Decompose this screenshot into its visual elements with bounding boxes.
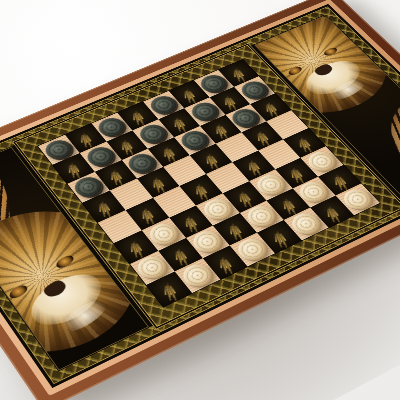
gold-sprig-motif: [198, 184, 204, 195]
gold-sprig-motif: [241, 191, 247, 202]
gold-sprig-motif: [222, 257, 228, 269]
gold-sprig-motif: [155, 177, 160, 188]
lion-eye: [7, 283, 30, 300]
gold-sprig-motif: [232, 223, 238, 234]
gold-sprig-motif: [144, 208, 149, 219]
gold-sprig-motif: [124, 140, 129, 150]
gold-sprig-motif: [301, 138, 307, 148]
gold-sprig-motif: [268, 102, 274, 112]
gold-sprig-motif: [236, 68, 241, 77]
gold-sprig-motif: [83, 133, 88, 143]
gold-sprig-motif: [101, 201, 106, 212]
gold-sprig-motif: [251, 161, 257, 171]
gold-sprig-motif: [208, 154, 214, 164]
gold-sprig-motif: [71, 163, 76, 173]
gold-sprig-motif: [177, 249, 183, 261]
gold-sprig-motif: [276, 231, 282, 242]
gold-sprig-motif: [176, 118, 181, 128]
gold-sprig-motif: [227, 96, 232, 106]
gold-sprig-motif: [135, 111, 140, 121]
gold-sprig-motif: [186, 89, 191, 99]
gold-sprig-motif: [218, 124, 224, 134]
gold-sprig-motif: [293, 168, 299, 179]
gold-sprig-motif: [259, 131, 265, 141]
gold-sprig-motif: [336, 175, 342, 186]
lion-eye: [54, 254, 76, 270]
gold-sprig-motif: [285, 199, 291, 210]
gold-sprig-motif: [113, 170, 118, 181]
photo-stage: [0, 0, 400, 400]
gold-sprig-motif: [133, 241, 138, 253]
lion-eye: [322, 46, 339, 57]
gold-sprig-motif: [166, 283, 172, 295]
gold-sprig-motif: [329, 206, 335, 217]
lion-eye: [286, 65, 304, 76]
gold-sprig-motif: [188, 216, 194, 227]
gold-sprig-motif: [166, 147, 171, 157]
